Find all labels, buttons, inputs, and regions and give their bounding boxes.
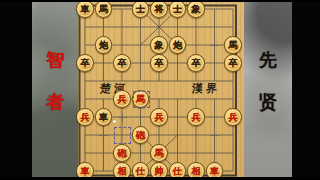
piece-red-f1r6[interactable]: 兵 [76, 108, 94, 126]
piece-black-f9r3[interactable]: 卒 [224, 54, 242, 72]
piece-red-f3r8[interactable]: 砲 [113, 144, 131, 162]
piece-red-f9r6[interactable]: 兵 [224, 108, 242, 126]
right-banner-char-2: 贤 [244, 92, 292, 112]
piece-black-f1r0[interactable]: 車 [76, 0, 94, 18]
piece-red-f3r5[interactable]: 兵 [113, 90, 131, 108]
piece-red-f4r5[interactable]: 馬 [132, 90, 150, 108]
video-frame: 智 者 楚河 漢界 車馬士将士象炮象炮馬卒卒卒卒卒車兵馬兵兵兵兵砲砲馬車相仕帅仕… [0, 0, 320, 180]
piece-red-f5r6[interactable]: 兵 [150, 108, 168, 126]
piece-black-f2r2[interactable]: 炮 [95, 36, 113, 54]
piece-black-f2r0[interactable]: 馬 [95, 0, 113, 18]
left-banner-char-1: 智 [32, 50, 78, 70]
left-black-panel [0, 0, 32, 180]
piece-black-f1r3[interactable]: 卒 [76, 54, 94, 72]
right-banner-char-1: 先 [244, 50, 292, 70]
piece-red-f4r7[interactable]: 砲 [132, 126, 150, 144]
left-photo-strip: 智 者 [32, 0, 78, 180]
letterbox-bottom [0, 177, 320, 180]
left-banner-char-2: 者 [32, 92, 78, 112]
right-photo-strip: 先 贤 [244, 0, 292, 180]
piece-red-f5r8[interactable]: 馬 [150, 144, 168, 162]
piece-black-f7r0[interactable]: 象 [187, 0, 205, 18]
piece-black-f2r6[interactable]: 車 [95, 108, 113, 126]
piece-black-f9r2[interactable]: 馬 [224, 36, 242, 54]
piece-black-f3r3[interactable]: 卒 [113, 54, 131, 72]
piece-red-f7r6[interactable]: 兵 [187, 108, 205, 126]
right-black-panel [292, 0, 320, 180]
piece-black-f7r3[interactable]: 卒 [187, 54, 205, 72]
xiangqi-board[interactable]: 楚河 漢界 車馬士将士象炮象炮馬卒卒卒卒卒車兵馬兵兵兵兵砲砲馬車相仕帅仕相車 [78, 0, 244, 180]
piece-black-f4r0[interactable]: 士 [132, 0, 150, 18]
pieces-grid: 車馬士将士象炮象炮馬卒卒卒卒卒車兵馬兵兵兵兵砲砲馬車相仕帅仕相車 [76, 0, 243, 180]
letterbox-top [0, 0, 320, 2]
piece-black-f6r0[interactable]: 士 [169, 0, 187, 18]
piece-black-f5r3[interactable]: 卒 [150, 54, 168, 72]
piece-black-f6r2[interactable]: 炮 [169, 36, 187, 54]
piece-black-f5r0[interactable]: 将 [150, 0, 168, 18]
piece-black-f5r2[interactable]: 象 [150, 36, 168, 54]
